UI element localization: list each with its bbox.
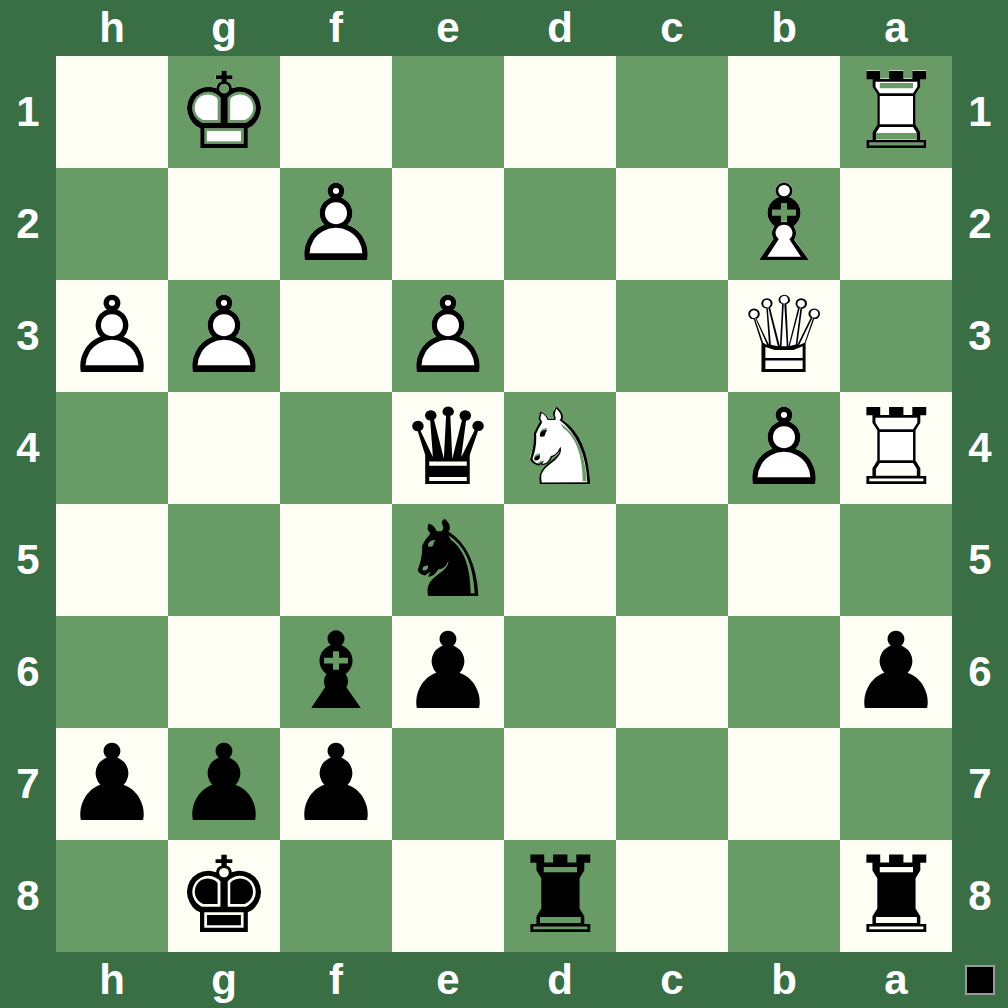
black-pawn-icon: ♟ — [168, 728, 280, 840]
file-label-top-a: a — [840, 0, 952, 56]
file-label-top-h: h — [56, 0, 168, 56]
black-pawn-icon: ♟ — [56, 728, 168, 840]
white-knight-icon: ♞ — [504, 392, 616, 504]
white-queen[interactable]: ♛♕ — [728, 280, 840, 392]
square-b3[interactable]: ♛♕ — [728, 280, 840, 392]
white-king[interactable]: ♚♔ — [168, 56, 280, 168]
file-label-top-d: d — [504, 0, 616, 56]
square-b1[interactable] — [728, 56, 840, 168]
square-d7[interactable] — [504, 728, 616, 840]
board-corner-bottom-left — [0, 952, 56, 1008]
black-rook[interactable]: ♜ — [504, 840, 616, 952]
white-pawn-outline-icon: ♙ — [280, 168, 392, 280]
square-h2[interactable] — [56, 168, 168, 280]
white-rook[interactable]: ♜♖ — [840, 56, 952, 168]
white-pawn[interactable]: ♟♙ — [56, 280, 168, 392]
black-pawn[interactable]: ♟ — [56, 728, 168, 840]
file-label-top-b: b — [728, 0, 840, 56]
white-pawn-outline-icon: ♙ — [728, 392, 840, 504]
square-c2[interactable] — [616, 168, 728, 280]
square-h3[interactable]: ♟♙ — [56, 280, 168, 392]
black-pawn-icon: ♟ — [280, 728, 392, 840]
rank-label-left-6: 6 — [0, 616, 56, 728]
square-f6[interactable]: ♝ — [280, 616, 392, 728]
square-f2[interactable]: ♟♙ — [280, 168, 392, 280]
square-b4[interactable]: ♟♙ — [728, 392, 840, 504]
square-e7[interactable] — [392, 728, 504, 840]
square-g5[interactable] — [168, 504, 280, 616]
file-label-bottom-e: e — [392, 952, 504, 1008]
square-b5[interactable] — [728, 504, 840, 616]
white-king-outline-icon: ♔ — [168, 56, 280, 168]
white-pawn[interactable]: ♟♙ — [168, 280, 280, 392]
square-e4[interactable]: ♛ — [392, 392, 504, 504]
black-king-icon: ♚ — [168, 840, 280, 952]
square-f4[interactable] — [280, 392, 392, 504]
rank-label-left-8: 8 — [0, 840, 56, 952]
white-pawn-icon: ♟ — [168, 280, 280, 392]
rank-label-right-1: 1 — [952, 56, 1008, 168]
file-label-bottom-a: a — [840, 952, 952, 1008]
rank-label-right-3: 3 — [952, 280, 1008, 392]
rank-label-left-3: 3 — [0, 280, 56, 392]
square-c1[interactable] — [616, 56, 728, 168]
file-label-bottom-f: f — [280, 952, 392, 1008]
square-h1[interactable] — [56, 56, 168, 168]
square-e5[interactable]: ♞ — [392, 504, 504, 616]
square-c6[interactable] — [616, 616, 728, 728]
black-rook-icon: ♜ — [504, 840, 616, 952]
file-label-bottom-g: g — [168, 952, 280, 1008]
white-pawn-icon: ♟ — [392, 280, 504, 392]
board-corner-top-left — [0, 0, 56, 56]
black-rook[interactable]: ♜ — [840, 840, 952, 952]
white-rook-outline-icon: ♖ — [840, 392, 952, 504]
white-king-icon: ♚ — [168, 56, 280, 168]
rank-label-right-2: 2 — [952, 168, 1008, 280]
white-bishop[interactable]: ♝♗ — [728, 168, 840, 280]
square-e6[interactable]: ♟ — [392, 616, 504, 728]
rank-label-left-4: 4 — [0, 392, 56, 504]
square-h4[interactable] — [56, 392, 168, 504]
square-g7[interactable]: ♟ — [168, 728, 280, 840]
file-label-top-f: f — [280, 0, 392, 56]
square-d1[interactable] — [504, 56, 616, 168]
white-pawn-outline-icon: ♙ — [56, 280, 168, 392]
square-h7[interactable]: ♟ — [56, 728, 168, 840]
black-pawn[interactable]: ♟ — [392, 616, 504, 728]
white-pawn-outline-icon: ♙ — [168, 280, 280, 392]
white-knight-outline-icon: ♘ — [504, 392, 616, 504]
white-pawn[interactable]: ♟♙ — [392, 280, 504, 392]
black-pawn-icon: ♟ — [840, 616, 952, 728]
square-f8[interactable] — [280, 840, 392, 952]
square-b2[interactable]: ♝♗ — [728, 168, 840, 280]
square-a8[interactable]: ♜ — [840, 840, 952, 952]
square-g3[interactable]: ♟♙ — [168, 280, 280, 392]
file-label-bottom-h: h — [56, 952, 168, 1008]
file-label-bottom-b: b — [728, 952, 840, 1008]
square-a4[interactable]: ♜♖ — [840, 392, 952, 504]
board-corner-bottom-right — [952, 952, 1008, 1008]
square-g1[interactable]: ♚♔ — [168, 56, 280, 168]
file-label-top-e: e — [392, 0, 504, 56]
white-pawn-outline-icon: ♙ — [392, 280, 504, 392]
rank-label-left-2: 2 — [0, 168, 56, 280]
square-a6[interactable]: ♟ — [840, 616, 952, 728]
white-rook-outline-icon: ♖ — [840, 56, 952, 168]
white-pawn-icon: ♟ — [56, 280, 168, 392]
square-f1[interactable] — [280, 56, 392, 168]
rank-label-right-5: 5 — [952, 504, 1008, 616]
black-bishop-icon: ♝ — [280, 616, 392, 728]
square-e1[interactable] — [392, 56, 504, 168]
rank-label-left-1: 1 — [0, 56, 56, 168]
square-a3[interactable] — [840, 280, 952, 392]
black-pawn[interactable]: ♟ — [840, 616, 952, 728]
square-c8[interactable] — [616, 840, 728, 952]
white-pawn-icon: ♟ — [728, 392, 840, 504]
square-e2[interactable] — [392, 168, 504, 280]
white-pawn[interactable]: ♟♙ — [728, 392, 840, 504]
board-corner-top-right — [952, 0, 1008, 56]
white-pawn-icon: ♟ — [280, 168, 392, 280]
square-d6[interactable] — [504, 616, 616, 728]
square-e3[interactable]: ♟♙ — [392, 280, 504, 392]
file-label-bottom-c: c — [616, 952, 728, 1008]
square-h8[interactable] — [56, 840, 168, 952]
file-label-top-g: g — [168, 0, 280, 56]
white-pawn[interactable]: ♟♙ — [280, 168, 392, 280]
square-c5[interactable] — [616, 504, 728, 616]
square-f5[interactable] — [280, 504, 392, 616]
square-c4[interactable] — [616, 392, 728, 504]
square-b6[interactable] — [728, 616, 840, 728]
file-label-bottom-d: d — [504, 952, 616, 1008]
rank-label-left-5: 5 — [0, 504, 56, 616]
square-g4[interactable] — [168, 392, 280, 504]
square-c7[interactable] — [616, 728, 728, 840]
side-to-move-indicator — [965, 965, 995, 995]
white-rook-icon: ♜ — [840, 56, 952, 168]
square-a1[interactable]: ♜♖ — [840, 56, 952, 168]
square-a5[interactable] — [840, 504, 952, 616]
black-queen[interactable]: ♛ — [392, 392, 504, 504]
chess-board: hgfedcba1♚♔♜♖12♟♙♝♗23♟♙♟♙♟♙♛♕34♛♞♘♟♙♜♖45… — [0, 0, 1008, 1008]
black-pawn[interactable]: ♟ — [280, 728, 392, 840]
rank-label-right-6: 6 — [952, 616, 1008, 728]
black-rook-icon: ♜ — [840, 840, 952, 952]
square-b8[interactable] — [728, 840, 840, 952]
white-bishop-outline-icon: ♗ — [728, 168, 840, 280]
rank-label-right-4: 4 — [952, 392, 1008, 504]
white-bishop-icon: ♝ — [728, 168, 840, 280]
black-bishop[interactable]: ♝ — [280, 616, 392, 728]
black-pawn-icon: ♟ — [392, 616, 504, 728]
square-d8[interactable]: ♜ — [504, 840, 616, 952]
black-king[interactable]: ♚ — [168, 840, 280, 952]
rank-label-right-8: 8 — [952, 840, 1008, 952]
white-rook-icon: ♜ — [840, 392, 952, 504]
square-b7[interactable] — [728, 728, 840, 840]
rank-label-right-7: 7 — [952, 728, 1008, 840]
square-e8[interactable] — [392, 840, 504, 952]
square-g8[interactable]: ♚ — [168, 840, 280, 952]
black-pawn[interactable]: ♟ — [168, 728, 280, 840]
square-h5[interactable] — [56, 504, 168, 616]
square-d5[interactable] — [504, 504, 616, 616]
black-queen-icon: ♛ — [392, 392, 504, 504]
square-g6[interactable] — [168, 616, 280, 728]
square-d4[interactable]: ♞♘ — [504, 392, 616, 504]
square-f3[interactable] — [280, 280, 392, 392]
square-f7[interactable]: ♟ — [280, 728, 392, 840]
black-knight[interactable]: ♞ — [392, 504, 504, 616]
square-a2[interactable] — [840, 168, 952, 280]
white-queen-icon: ♛ — [728, 280, 840, 392]
rank-label-left-7: 7 — [0, 728, 56, 840]
square-d2[interactable] — [504, 168, 616, 280]
square-h6[interactable] — [56, 616, 168, 728]
black-knight-icon: ♞ — [392, 504, 504, 616]
white-rook[interactable]: ♜♖ — [840, 392, 952, 504]
square-g2[interactable] — [168, 168, 280, 280]
file-label-top-c: c — [616, 0, 728, 56]
white-queen-outline-icon: ♕ — [728, 280, 840, 392]
square-c3[interactable] — [616, 280, 728, 392]
white-knight[interactable]: ♞♘ — [504, 392, 616, 504]
square-d3[interactable] — [504, 280, 616, 392]
square-a7[interactable] — [840, 728, 952, 840]
